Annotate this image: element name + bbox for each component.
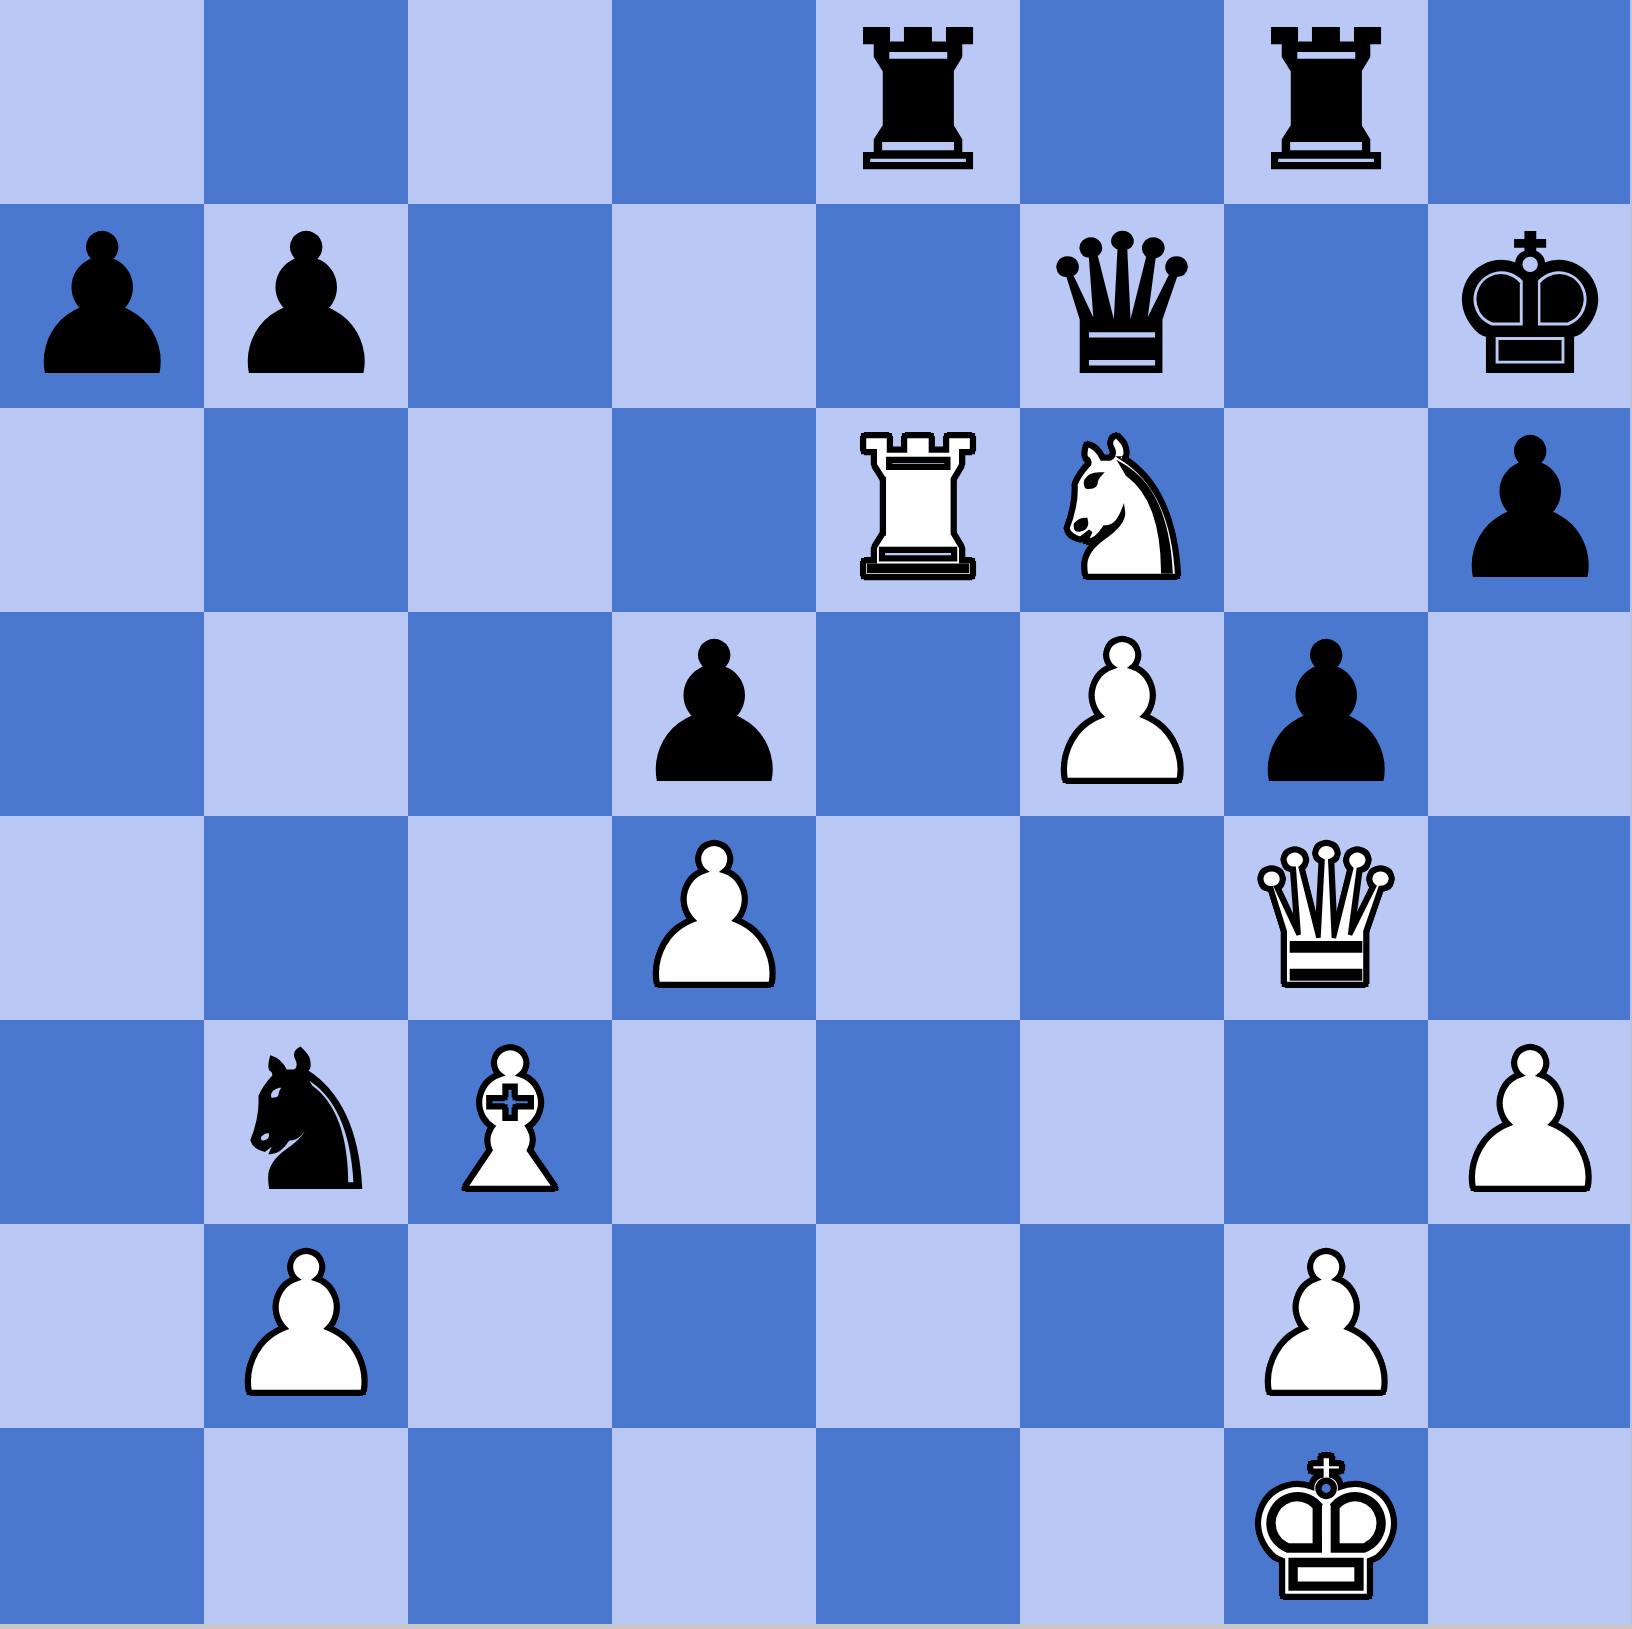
- square-f2[interactable]: [1020, 1224, 1224, 1428]
- black-rook[interactable]: ♜: [1240, 0, 1412, 204]
- square-b7[interactable]: ♟: [204, 204, 408, 408]
- square-h1[interactable]: [1428, 1428, 1632, 1629]
- square-h3[interactable]: ♟: [1428, 1020, 1632, 1224]
- square-e6[interactable]: ♜: [816, 408, 1020, 612]
- chess-board: ♜♜♟♟♛♚♜♞♟♟♟♟♟♛♞♝♟♟♟♚: [0, 0, 1632, 1629]
- square-h5[interactable]: [1428, 612, 1632, 816]
- square-a6[interactable]: [0, 408, 204, 612]
- white-rook[interactable]: ♜: [832, 408, 1004, 612]
- square-d1[interactable]: [612, 1428, 816, 1629]
- square-b8[interactable]: [204, 0, 408, 204]
- black-rook[interactable]: ♜: [832, 0, 1004, 204]
- square-g3[interactable]: [1224, 1020, 1428, 1224]
- square-b4[interactable]: [204, 816, 408, 1020]
- square-b1[interactable]: [204, 1428, 408, 1629]
- square-c7[interactable]: [408, 204, 612, 408]
- black-pawn[interactable]: ♟: [1444, 408, 1616, 612]
- white-pawn[interactable]: ♟: [1240, 1224, 1412, 1428]
- square-c5[interactable]: [408, 612, 612, 816]
- square-b2[interactable]: ♟: [204, 1224, 408, 1428]
- square-d3[interactable]: [612, 1020, 816, 1224]
- square-g5[interactable]: ♟: [1224, 612, 1428, 816]
- square-e5[interactable]: [816, 612, 1020, 816]
- black-king[interactable]: ♚: [1444, 204, 1616, 408]
- square-f7[interactable]: ♛: [1020, 204, 1224, 408]
- square-h4[interactable]: [1428, 816, 1632, 1020]
- square-b6[interactable]: [204, 408, 408, 612]
- square-a3[interactable]: [0, 1020, 204, 1224]
- square-d2[interactable]: [612, 1224, 816, 1428]
- square-g7[interactable]: [1224, 204, 1428, 408]
- square-e4[interactable]: [816, 816, 1020, 1020]
- black-pawn[interactable]: ♟: [1240, 612, 1412, 816]
- black-pawn[interactable]: ♟: [220, 204, 392, 408]
- square-f1[interactable]: [1020, 1428, 1224, 1629]
- square-f8[interactable]: [1020, 0, 1224, 204]
- square-f6[interactable]: ♞: [1020, 408, 1224, 612]
- square-c3[interactable]: ♝: [408, 1020, 612, 1224]
- square-g8[interactable]: ♜: [1224, 0, 1428, 204]
- square-a7[interactable]: ♟: [0, 204, 204, 408]
- window-edge-bottom: [0, 1624, 1632, 1629]
- black-knight[interactable]: ♞: [220, 1020, 392, 1224]
- square-a4[interactable]: [0, 816, 204, 1020]
- square-d7[interactable]: [612, 204, 816, 408]
- white-bishop[interactable]: ♝: [424, 1020, 596, 1224]
- square-g6[interactable]: [1224, 408, 1428, 612]
- square-c2[interactable]: [408, 1224, 612, 1428]
- square-e2[interactable]: [816, 1224, 1020, 1428]
- white-pawn[interactable]: ♟: [628, 816, 800, 1020]
- square-c1[interactable]: [408, 1428, 612, 1629]
- black-pawn[interactable]: ♟: [16, 204, 188, 408]
- square-e1[interactable]: [816, 1428, 1020, 1629]
- square-b3[interactable]: ♞: [204, 1020, 408, 1224]
- square-b5[interactable]: [204, 612, 408, 816]
- square-h6[interactable]: ♟: [1428, 408, 1632, 612]
- square-e8[interactable]: ♜: [816, 0, 1020, 204]
- square-a8[interactable]: [0, 0, 204, 204]
- square-h7[interactable]: ♚: [1428, 204, 1632, 408]
- square-d4[interactable]: ♟: [612, 816, 816, 1020]
- square-a1[interactable]: [0, 1428, 204, 1629]
- white-knight[interactable]: ♞: [1036, 408, 1208, 612]
- white-king[interactable]: ♚: [1240, 1428, 1412, 1629]
- square-f5[interactable]: ♟: [1020, 612, 1224, 816]
- white-pawn[interactable]: ♟: [1444, 1020, 1616, 1224]
- white-queen[interactable]: ♛: [1240, 816, 1412, 1020]
- square-g2[interactable]: ♟: [1224, 1224, 1428, 1428]
- square-f3[interactable]: [1020, 1020, 1224, 1224]
- square-c8[interactable]: [408, 0, 612, 204]
- square-f4[interactable]: [1020, 816, 1224, 1020]
- square-e7[interactable]: [816, 204, 1020, 408]
- square-c6[interactable]: [408, 408, 612, 612]
- white-pawn[interactable]: ♟: [220, 1224, 392, 1428]
- black-queen[interactable]: ♛: [1036, 204, 1208, 408]
- square-g1[interactable]: ♚: [1224, 1428, 1428, 1629]
- square-d5[interactable]: ♟: [612, 612, 816, 816]
- square-h8[interactable]: [1428, 0, 1632, 204]
- square-a5[interactable]: [0, 612, 204, 816]
- black-pawn[interactable]: ♟: [628, 612, 800, 816]
- square-c4[interactable]: [408, 816, 612, 1020]
- square-d6[interactable]: [612, 408, 816, 612]
- square-g4[interactable]: ♛: [1224, 816, 1428, 1020]
- square-h2[interactable]: [1428, 1224, 1632, 1428]
- square-e3[interactable]: [816, 1020, 1020, 1224]
- square-a2[interactable]: [0, 1224, 204, 1428]
- square-d8[interactable]: [612, 0, 816, 204]
- white-pawn[interactable]: ♟: [1036, 612, 1208, 816]
